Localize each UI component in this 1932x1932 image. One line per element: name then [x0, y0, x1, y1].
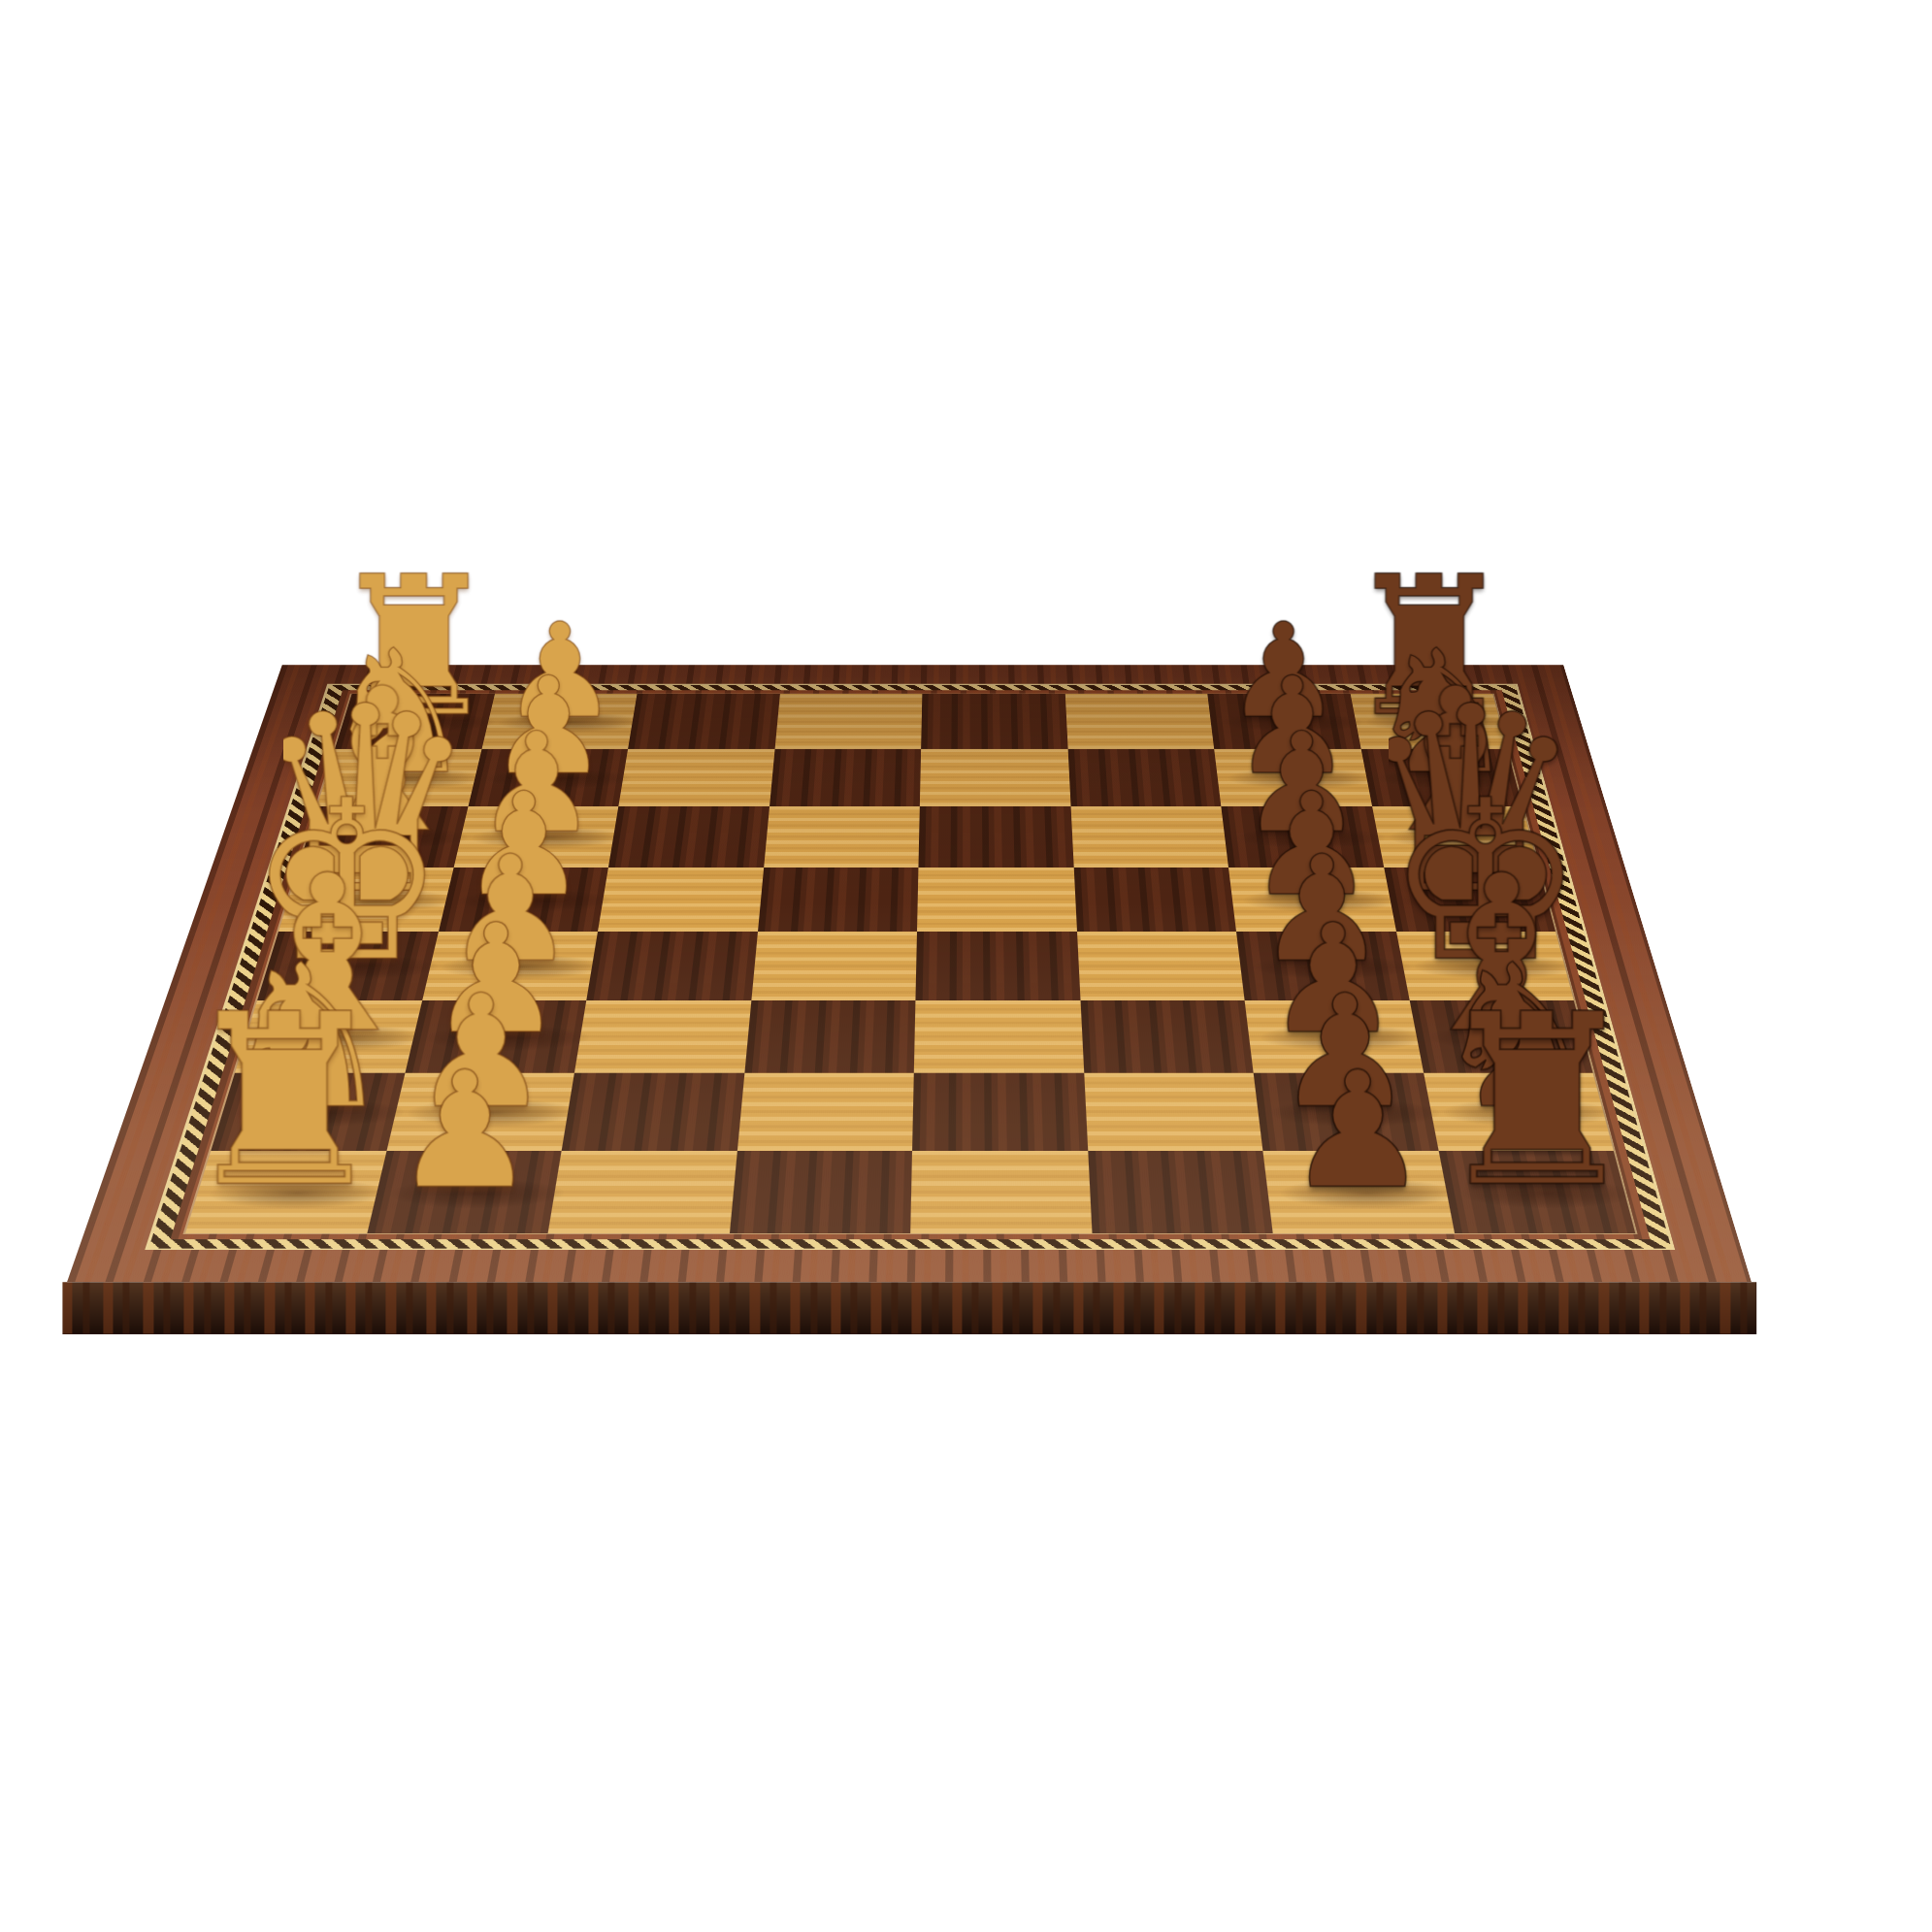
square [1064, 694, 1214, 748]
black-rook: ♜ [1445, 963, 1629, 1199]
square [562, 1073, 744, 1151]
square [628, 694, 779, 748]
square [1084, 1073, 1263, 1151]
square [586, 932, 757, 1000]
square [548, 1151, 737, 1233]
square [1067, 748, 1221, 805]
square [598, 868, 764, 932]
square [618, 748, 774, 805]
square [737, 1073, 913, 1151]
square [744, 1000, 916, 1073]
board-front-edge [62, 1282, 1755, 1333]
square [1080, 1000, 1254, 1073]
square [912, 1073, 1088, 1151]
square [1077, 932, 1245, 1000]
white-pawn: ♟ [373, 1036, 557, 1197]
square [914, 1000, 1084, 1073]
square [915, 932, 1080, 1000]
square [921, 694, 1067, 748]
square [758, 868, 919, 932]
square [910, 1151, 1092, 1233]
square [770, 748, 922, 805]
black-pawn: ♟ [1265, 1036, 1450, 1197]
chess-board: ♜♟♟♜♞♟♟♞♝♟♟♝♛♟♟♛♚♟♟♚♝♟♟♝♞♟♟♞♜♟♟♜ [67, 665, 1752, 1282]
square [729, 1151, 912, 1233]
white-rook: ♜ [193, 963, 377, 1199]
perspective-camera: ♜♟♟♜♞♟♟♞♝♟♟♝♛♟♟♛♚♟♟♚♝♟♟♝♞♟♟♞♜♟♟♜ [0, 0, 1932, 1932]
square [574, 1000, 751, 1073]
square [751, 932, 917, 1000]
square [917, 868, 1077, 932]
square [1073, 868, 1236, 932]
square [1088, 1151, 1273, 1233]
square [920, 748, 1070, 805]
product-photo-scene: ♜♟♟♜♞♟♟♞♝♟♟♝♛♟♟♛♚♟♟♚♝♟♟♝♞♟♟♞♜♟♟♜ [0, 0, 1932, 1932]
square [774, 694, 922, 748]
